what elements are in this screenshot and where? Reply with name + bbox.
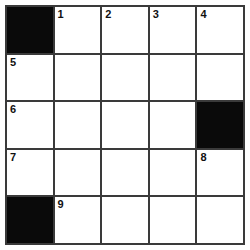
grid-cell[interactable]	[102, 197, 148, 243]
grid-cell[interactable]	[197, 197, 243, 243]
grid-cell[interactable]: 9	[55, 197, 101, 243]
crossword-board: 123456789	[5, 5, 245, 245]
grid-cell[interactable]: 1	[55, 7, 101, 53]
clue-number: 4	[200, 8, 206, 20]
clue-number: 5	[10, 56, 16, 68]
grid-cell[interactable]	[150, 150, 196, 196]
clue-number: 2	[105, 8, 111, 20]
grid-cell[interactable]	[150, 55, 196, 101]
grid-cell[interactable]: 8	[197, 150, 243, 196]
black-cell	[7, 7, 53, 53]
grid-cell[interactable]: 2	[102, 7, 148, 53]
grid-cell[interactable]: 4	[197, 7, 243, 53]
grid-cell[interactable]: 5	[7, 55, 53, 101]
black-cell	[197, 102, 243, 148]
black-cell	[7, 197, 53, 243]
clue-number: 7	[10, 151, 16, 163]
grid-cell[interactable]: 3	[150, 7, 196, 53]
grid-cell[interactable]	[150, 197, 196, 243]
grid-cell[interactable]	[102, 55, 148, 101]
crossword-page: 123456789	[0, 0, 250, 250]
grid-cell[interactable]	[55, 150, 101, 196]
clue-number: 6	[10, 103, 16, 115]
clue-number: 8	[200, 151, 206, 163]
clue-number: 9	[58, 198, 64, 210]
clue-number: 1	[58, 8, 64, 20]
grid-cell[interactable]	[150, 102, 196, 148]
grid-cell[interactable]	[197, 55, 243, 101]
grid-cell[interactable]	[55, 102, 101, 148]
grid-cell[interactable]: 7	[7, 150, 53, 196]
grid-cell[interactable]: 6	[7, 102, 53, 148]
grid-cell[interactable]	[102, 102, 148, 148]
grid-cell[interactable]	[102, 150, 148, 196]
grid-cell[interactable]	[55, 55, 101, 101]
clue-number: 3	[153, 8, 159, 20]
